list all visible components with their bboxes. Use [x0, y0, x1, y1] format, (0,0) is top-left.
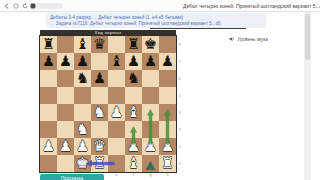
square-f2[interactable]: ♟: [125, 138, 142, 155]
page: Дебют четырех коней. Принятый шотландски…: [0, 0, 320, 180]
address-bar[interactable]: [36, 3, 63, 9]
square-b7[interactable]: ♟: [57, 53, 74, 70]
square-a7[interactable]: ♟: [40, 53, 57, 70]
square-b2[interactable]: ♟: [57, 138, 74, 155]
divider-line: [150, 28, 246, 29]
white-pawn[interactable]: ♟: [57, 138, 74, 155]
square-c5[interactable]: [74, 87, 91, 104]
sound-label: Уровень звука: [238, 37, 268, 42]
square-c4[interactable]: [74, 104, 91, 121]
black-pawn[interactable]: ♟: [74, 53, 91, 70]
square-e3[interactable]: [108, 121, 125, 138]
square-f8[interactable]: ♜: [125, 36, 142, 53]
square-a1[interactable]: [40, 155, 57, 172]
square-f3[interactable]: [125, 121, 142, 138]
square-d1[interactable]: ♜: [91, 155, 108, 172]
white-rook[interactable]: ♜: [159, 155, 176, 172]
square-e7[interactable]: ♝: [108, 53, 125, 70]
square-d5[interactable]: [91, 87, 108, 104]
square-e6[interactable]: [108, 70, 125, 87]
white-knight[interactable]: ♞: [74, 121, 91, 138]
black-pawn[interactable]: ♟: [40, 53, 57, 70]
square-g1[interactable]: [142, 155, 159, 172]
square-g5[interactable]: [142, 87, 159, 104]
white-bishop[interactable]: ♝: [125, 155, 142, 172]
square-c2[interactable]: ♟: [74, 138, 91, 155]
shield-icon[interactable]: [13, 3, 19, 9]
file-label: f: [133, 173, 134, 177]
square-g2[interactable]: ♟: [142, 138, 159, 155]
square-d2[interactable]: ♛: [91, 138, 108, 155]
sound-control[interactable]: Уровень звука: [229, 36, 268, 42]
square-a2[interactable]: ♟: [40, 138, 57, 155]
white-queen[interactable]: ♛: [91, 138, 108, 155]
black-bishop[interactable]: ♝: [74, 36, 91, 53]
file-label: e: [115, 173, 117, 177]
rank-label: 7: [179, 60, 181, 64]
square-b1[interactable]: [57, 155, 74, 172]
square-g7[interactable]: ♟: [142, 53, 159, 70]
square-d6[interactable]: ♟: [91, 70, 108, 87]
page-title: Дебют четырех коней. Принятый шотландски…: [183, 3, 320, 9]
white-bishop[interactable]: ♝: [125, 104, 142, 121]
rank-label: 3: [179, 128, 181, 132]
square-h2[interactable]: ♟: [159, 138, 176, 155]
square-c7[interactable]: ♟: [74, 53, 91, 70]
breadcrumb: Дебюты 3-4 разряд → Дебют четырех коней …: [46, 13, 266, 28]
square-b8[interactable]: [57, 36, 74, 53]
square-f7[interactable]: ♟: [125, 53, 142, 70]
square-f6[interactable]: ♞: [125, 70, 142, 87]
square-a8[interactable]: ♜: [40, 36, 57, 53]
white-pawn[interactable]: ♟: [125, 138, 142, 155]
white-king[interactable]: ♚: [74, 155, 91, 172]
square-f4[interactable]: ♝: [125, 104, 142, 121]
square-d7[interactable]: [91, 53, 108, 70]
white-pawn[interactable]: ♟: [40, 138, 57, 155]
reload-icon[interactable]: [22, 3, 28, 9]
white-pawn[interactable]: ♟: [74, 138, 91, 155]
white-pawn[interactable]: ♟: [159, 138, 176, 155]
square-h1[interactable]: ♜: [159, 155, 176, 172]
square-a6[interactable]: [40, 70, 57, 87]
square-a5[interactable]: [40, 87, 57, 104]
square-f5[interactable]: [125, 87, 142, 104]
rank-label: 2: [179, 145, 181, 149]
black-rook[interactable]: ♜: [125, 36, 142, 53]
rank-label: 6: [179, 77, 181, 81]
breadcrumb-category-link[interactable]: Дебюты 3-4 разряд → Дебют четырех коней …: [50, 15, 262, 20]
hint-button[interactable]: Подсказка: [40, 174, 104, 180]
site-logo-icon[interactable]: [30, 3, 36, 9]
square-e1[interactable]: [108, 155, 125, 172]
square-g6[interactable]: [142, 70, 159, 87]
scrollbar-thumb[interactable]: [305, 14, 310, 60]
black-queen[interactable]: ♛: [91, 36, 108, 53]
square-c6[interactable]: ♞: [74, 70, 91, 87]
board-container: ♜♝♛♜♚♟♟♟♝♟♟♟♞♟♞♞♟♝♞♟♟♟♛♟♟♟♚♜♝♜: [40, 36, 176, 172]
square-h7[interactable]: ♟: [159, 53, 176, 70]
browser-toolbar: Дебют четырех коней. Принятый шотландски…: [0, 0, 320, 12]
square-g3[interactable]: [142, 121, 159, 138]
black-rook[interactable]: ♜: [40, 36, 57, 53]
back-icon[interactable]: [4, 3, 10, 9]
square-a3[interactable]: [40, 121, 57, 138]
square-g8[interactable]: ♚: [142, 36, 159, 53]
rank-label: 4: [179, 111, 181, 115]
rank-label: 8: [179, 43, 181, 47]
square-e2[interactable]: [108, 138, 125, 155]
black-pawn[interactable]: ♟: [125, 53, 142, 70]
square-h4[interactable]: [159, 104, 176, 121]
square-e5[interactable]: [108, 87, 125, 104]
chess-board[interactable]: ♜♝♛♜♚♟♟♟♝♟♟♟♞♟♞♞♟♝♞♟♟♟♛♟♟♟♚♜♝♜: [40, 36, 176, 172]
square-b6[interactable]: [57, 70, 74, 87]
white-knight[interactable]: ♞: [91, 104, 108, 121]
square-e4[interactable]: ♟: [108, 104, 125, 121]
square-d4[interactable]: ♞: [91, 104, 108, 121]
white-rook[interactable]: ♜: [91, 155, 108, 172]
square-h3[interactable]: [159, 121, 176, 138]
square-b4[interactable]: [57, 104, 74, 121]
rank-label: 1: [179, 162, 181, 166]
black-pawn[interactable]: ♟: [57, 53, 74, 70]
square-a4[interactable]: [40, 104, 57, 121]
square-b3[interactable]: [57, 121, 74, 138]
white-pawn[interactable]: ♟: [108, 104, 125, 121]
square-g4[interactable]: [142, 104, 159, 121]
square-b5[interactable]: [57, 87, 74, 104]
square-d3[interactable]: [91, 121, 108, 138]
square-h8[interactable]: [159, 36, 176, 53]
square-f1[interactable]: ♝: [125, 155, 142, 172]
black-bishop[interactable]: ♝: [108, 53, 125, 70]
breadcrumb-task-link[interactable]: ← Задача №7116. Дебют четырех коней. При…: [50, 21, 262, 26]
white-pawn[interactable]: ♟: [142, 138, 159, 155]
square-c8[interactable]: ♝: [74, 36, 91, 53]
black-pawn[interactable]: ♟: [159, 53, 176, 70]
speaker-icon: [229, 36, 235, 42]
black-pawn[interactable]: ♟: [91, 70, 108, 87]
black-pawn[interactable]: ♟: [142, 53, 159, 70]
square-c1[interactable]: ♚: [74, 155, 91, 172]
square-c3[interactable]: ♞: [74, 121, 91, 138]
square-e8[interactable]: [108, 36, 125, 53]
black-knight[interactable]: ♞: [74, 70, 91, 87]
rank-label: 5: [179, 94, 181, 98]
square-h5[interactable]: [159, 87, 176, 104]
square-h6[interactable]: [159, 70, 176, 87]
square-d8[interactable]: ♛: [91, 36, 108, 53]
black-knight[interactable]: ♞: [125, 70, 142, 87]
file-label: g: [149, 173, 151, 177]
black-king[interactable]: ♚: [142, 36, 159, 53]
file-label: h: [166, 173, 168, 177]
